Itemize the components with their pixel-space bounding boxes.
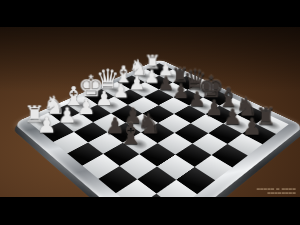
white-pawn: ♟ — [20, 115, 73, 137]
scene-background: ♜♟♜♛♚♝♞♜♞♟♟♟♟♟♟♟♝♟♛♟♚♟♟♞♝♟♟♝♞♟♜♟ ▃▃▃▃▃ ▃… — [0, 27, 300, 197]
watermark-signature: ▃▃▃▃▃ ▃ ▃▃▃▃ ▃▃▃▃▃▃▃▃ — [257, 186, 296, 194]
letterbox-bottom — [0, 197, 300, 225]
black-bishop: ♝ — [103, 119, 159, 148]
letterbox-top — [0, 0, 300, 27]
watermark-line-2: ▃▃▃▃▃▃▃▃ — [257, 190, 296, 194]
black-pawn: ♟ — [225, 117, 279, 139]
render-canvas: ♜♟♜♛♚♝♞♜♞♟♟♟♟♟♟♟♝♟♛♟♚♟♟♞♝♟♟♝♞♟♜♟ ▃▃▃▃▃ ▃… — [0, 0, 300, 225]
